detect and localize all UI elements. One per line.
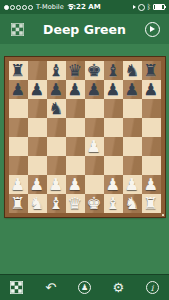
square-f3[interactable] — [104, 156, 123, 175]
square-f7[interactable]: ♟ — [104, 80, 123, 99]
bottom-toolbar: ↶ ♟ ⚙ i — [0, 274, 169, 300]
square-g3[interactable] — [123, 156, 142, 175]
black-rook: ♜ — [11, 61, 26, 80]
hint-pawn-glyph: ♟ — [81, 284, 88, 292]
square-e4[interactable]: ♟ — [85, 137, 104, 156]
frame-corner-dot — [162, 214, 164, 216]
square-a2[interactable]: ♟ — [9, 175, 28, 194]
chess-board-frame: ♜♝♛♚♝♞♜♟♟♟♟♟♟♟♟♞♟♟♟♟♟♟♟♟♜♞♝♛♚♝♞♜ — [5, 57, 165, 217]
undo-move-icon[interactable]: ↶ — [41, 278, 61, 298]
square-f2[interactable]: ♟ — [104, 175, 123, 194]
alarm-icon — [138, 4, 145, 11]
info-icon[interactable]: i — [142, 278, 162, 298]
square-g7[interactable]: ♟ — [123, 80, 142, 99]
wifi-icon — [67, 4, 75, 10]
square-c6[interactable]: ♞ — [47, 99, 66, 118]
square-b6[interactable] — [28, 99, 47, 118]
square-b4[interactable] — [28, 137, 47, 156]
square-b8[interactable] — [28, 61, 47, 80]
black-pawn: ♟ — [68, 80, 83, 99]
square-b1[interactable]: ♞ — [28, 194, 47, 213]
square-h8[interactable]: ♜ — [142, 61, 161, 80]
square-f1[interactable]: ♝ — [104, 194, 123, 213]
square-e5[interactable] — [85, 118, 104, 137]
bluetooth-icon: ᛒ — [147, 4, 151, 11]
black-king: ♚ — [87, 61, 102, 80]
square-c3[interactable] — [47, 156, 66, 175]
square-h7[interactable]: ♟ — [142, 80, 161, 99]
black-pawn: ♟ — [49, 80, 64, 99]
board-thumbnail-svg — [11, 23, 24, 36]
square-d8[interactable]: ♛ — [66, 61, 85, 80]
square-h6[interactable] — [142, 99, 161, 118]
square-d4[interactable] — [66, 137, 85, 156]
square-a1[interactable]: ♜ — [9, 194, 28, 213]
square-b5[interactable] — [28, 118, 47, 137]
square-h2[interactable]: ♟ — [142, 175, 161, 194]
square-d2[interactable]: ♟ — [66, 175, 85, 194]
square-a6[interactable] — [9, 99, 28, 118]
square-d5[interactable] — [66, 118, 85, 137]
black-pawn: ♟ — [11, 80, 26, 99]
black-pawn: ♟ — [125, 80, 140, 99]
square-a3[interactable] — [9, 156, 28, 175]
square-c7[interactable]: ♟ — [47, 80, 66, 99]
square-f5[interactable] — [104, 118, 123, 137]
square-b3[interactable] — [28, 156, 47, 175]
black-pawn: ♟ — [30, 80, 45, 99]
square-a8[interactable]: ♜ — [9, 61, 28, 80]
white-pawn: ♟ — [68, 175, 83, 194]
square-e6[interactable] — [85, 99, 104, 118]
black-pawn: ♟ — [144, 80, 159, 99]
square-c1[interactable]: ♝ — [47, 194, 66, 213]
square-e7[interactable]: ♟ — [85, 80, 104, 99]
square-a4[interactable] — [9, 137, 28, 156]
square-c2[interactable]: ♟ — [47, 175, 66, 194]
square-f8[interactable]: ♝ — [104, 61, 123, 80]
square-a7[interactable]: ♟ — [9, 80, 28, 99]
chess-board[interactable]: ♜♝♛♚♝♞♜♟♟♟♟♟♟♟♟♞♟♟♟♟♟♟♟♟♜♞♝♛♚♝♞♜ — [9, 61, 161, 213]
square-h4[interactable] — [142, 137, 161, 156]
square-e1[interactable]: ♚ — [85, 194, 104, 213]
nav-bar: Deep Green — [0, 14, 169, 44]
square-d1[interactable]: ♛ — [66, 194, 85, 213]
square-f4[interactable] — [104, 137, 123, 156]
black-knight: ♞ — [125, 61, 140, 80]
info-letter: i — [151, 284, 154, 292]
square-c4[interactable] — [47, 137, 66, 156]
square-g8[interactable]: ♞ — [123, 61, 142, 80]
white-knight: ♞ — [30, 194, 45, 213]
square-h5[interactable] — [142, 118, 161, 137]
white-rook: ♜ — [144, 194, 159, 213]
black-pawn: ♟ — [87, 80, 102, 99]
location-icon — [133, 5, 136, 9]
square-d6[interactable] — [66, 99, 85, 118]
white-knight: ♞ — [125, 194, 140, 213]
square-b2[interactable]: ♟ — [28, 175, 47, 194]
status-bar: T-Mobile 5:22 AM ᛒ — [0, 0, 169, 14]
square-e3[interactable] — [85, 156, 104, 175]
square-f6[interactable] — [104, 99, 123, 118]
white-pawn: ♟ — [11, 175, 26, 194]
white-pawn: ♟ — [87, 137, 102, 156]
square-h1[interactable]: ♜ — [142, 194, 161, 213]
white-pawn: ♟ — [106, 175, 121, 194]
white-pawn: ♟ — [125, 175, 140, 194]
square-b7[interactable]: ♟ — [28, 80, 47, 99]
new-game-board-icon[interactable] — [7, 278, 27, 298]
signal-strength-icon — [4, 5, 33, 10]
square-g4[interactable] — [123, 137, 142, 156]
black-queen: ♛ — [68, 61, 83, 80]
square-c5[interactable] — [47, 118, 66, 137]
square-d7[interactable]: ♟ — [66, 80, 85, 99]
square-d3[interactable] — [66, 156, 85, 175]
main-area: ♜♝♛♚♝♞♜♟♟♟♟♟♟♟♟♞♟♟♟♟♟♟♟♟♜♞♝♛♚♝♞♜ — [0, 44, 169, 276]
white-pawn: ♟ — [30, 175, 45, 194]
mini-board-svg — [10, 281, 23, 294]
square-a5[interactable] — [9, 118, 28, 137]
black-rook: ♜ — [144, 61, 159, 80]
black-bishop: ♝ — [49, 61, 64, 80]
battery-icon — [153, 4, 165, 11]
white-bishop: ♝ — [106, 194, 121, 213]
white-pawn: ♟ — [144, 175, 159, 194]
square-g5[interactable] — [123, 118, 142, 137]
play-circle-icon[interactable] — [143, 20, 161, 38]
black-pawn: ♟ — [106, 80, 121, 99]
white-bishop: ♝ — [49, 194, 64, 213]
square-g1[interactable]: ♞ — [123, 194, 142, 213]
square-g2[interactable]: ♟ — [123, 175, 142, 194]
black-bishop: ♝ — [106, 61, 121, 80]
white-king: ♚ — [87, 194, 102, 213]
black-knight: ♞ — [49, 99, 64, 118]
carrier-label: T-Mobile — [36, 3, 64, 11]
square-e8[interactable]: ♚ — [85, 61, 104, 80]
square-g6[interactable] — [123, 99, 142, 118]
settings-gear-icon[interactable]: ⚙ — [108, 278, 128, 298]
square-c8[interactable]: ♝ — [47, 61, 66, 80]
white-queen: ♛ — [68, 194, 83, 213]
hint-icon[interactable]: ♟ — [74, 278, 94, 298]
square-h3[interactable] — [142, 156, 161, 175]
board-thumbnail-icon[interactable] — [8, 20, 26, 38]
white-rook: ♜ — [11, 194, 26, 213]
white-pawn: ♟ — [49, 175, 64, 194]
square-e2[interactable] — [85, 175, 104, 194]
